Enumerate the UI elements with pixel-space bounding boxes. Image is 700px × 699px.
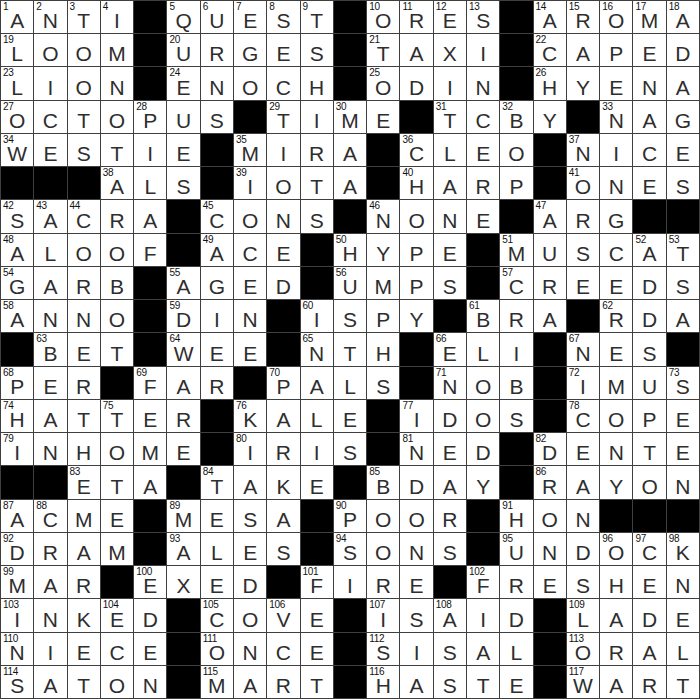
cell-r8c18[interactable]: S bbox=[567, 234, 599, 266]
cell-r2c20[interactable]: E bbox=[633, 34, 665, 66]
cell-r12c19[interactable]: M bbox=[600, 367, 632, 399]
cell-r10c4[interactable]: O bbox=[101, 300, 133, 332]
cell-r17c6[interactable]: 93A bbox=[167, 533, 199, 565]
cell-r8c8[interactable]: C bbox=[234, 234, 266, 266]
cell-r9c9[interactable]: D bbox=[267, 267, 299, 299]
cell-r1c6[interactable]: 5Q bbox=[167, 1, 199, 33]
cell-r8c1[interactable]: 48A bbox=[1, 234, 33, 266]
cell-r6c19[interactable]: N bbox=[600, 167, 632, 199]
cell-r4c1[interactable]: 27O bbox=[1, 101, 33, 133]
cell-r10c3[interactable]: N bbox=[68, 300, 100, 332]
cell-r20c21[interactable]: L bbox=[667, 633, 699, 665]
cell-r21c20[interactable]: R bbox=[633, 666, 665, 698]
cell-r9c8[interactable]: E bbox=[234, 267, 266, 299]
cell-r7c5[interactable]: A bbox=[134, 200, 166, 232]
cell-r4c11[interactable]: 30M bbox=[334, 101, 366, 133]
cell-r12c11[interactable]: L bbox=[334, 367, 366, 399]
cell-r17c3[interactable]: A bbox=[68, 533, 100, 565]
cell-r3c14[interactable]: I bbox=[434, 67, 466, 99]
cell-r5c3[interactable]: S bbox=[68, 134, 100, 166]
cell-r3c7[interactable]: N bbox=[201, 67, 233, 99]
cell-r4c9[interactable]: 29T bbox=[267, 101, 299, 133]
cell-r19c20[interactable]: D bbox=[633, 599, 665, 631]
cell-r19c14[interactable]: 108A bbox=[434, 599, 466, 631]
cell-r12c3[interactable]: R bbox=[68, 367, 100, 399]
cell-r6c20[interactable]: E bbox=[633, 167, 665, 199]
cell-r4c3[interactable]: T bbox=[68, 101, 100, 133]
cell-r18c11[interactable]: I bbox=[334, 566, 366, 598]
cell-r16c11[interactable]: 90P bbox=[334, 500, 366, 532]
cell-r8c11[interactable]: 50H bbox=[334, 234, 366, 266]
cell-r9c4[interactable]: B bbox=[101, 267, 133, 299]
cell-r15c14[interactable]: A bbox=[434, 466, 466, 498]
cell-r11c20[interactable]: S bbox=[633, 333, 665, 365]
cell-r3c2[interactable]: I bbox=[34, 67, 66, 99]
cell-r16c9[interactable]: A bbox=[267, 500, 299, 532]
cell-r1c15[interactable]: 13S bbox=[467, 1, 499, 33]
cell-r2c14[interactable]: X bbox=[434, 34, 466, 66]
cell-r20c13[interactable]: I bbox=[400, 633, 432, 665]
cell-r19c13[interactable]: S bbox=[400, 599, 432, 631]
cell-r18c5[interactable]: 100E bbox=[134, 566, 166, 598]
cell-r19c10[interactable]: E bbox=[301, 599, 333, 631]
cell-r8c20[interactable]: 52A bbox=[633, 234, 665, 266]
cell-r13c4[interactable]: 75T bbox=[101, 400, 133, 432]
cell-r17c21[interactable]: 98K bbox=[667, 533, 699, 565]
cell-r11c7[interactable]: E bbox=[201, 333, 233, 365]
cell-r17c16[interactable]: 95U bbox=[500, 533, 532, 565]
cell-r16c4[interactable]: E bbox=[101, 500, 133, 532]
cell-r1c13[interactable]: 11R bbox=[400, 1, 432, 33]
cell-r2c6[interactable]: 20U bbox=[167, 34, 199, 66]
cell-r18c10[interactable]: 101F bbox=[301, 566, 333, 598]
cell-r13c10[interactable]: L bbox=[301, 400, 333, 432]
cell-r15c17[interactable]: 86R bbox=[534, 466, 566, 498]
cell-r14c11[interactable]: S bbox=[334, 433, 366, 465]
cell-r1c1[interactable]: 1A bbox=[1, 1, 33, 33]
cell-r7c4[interactable]: R bbox=[101, 200, 133, 232]
cell-r17c13[interactable]: N bbox=[400, 533, 432, 565]
cell-r17c17[interactable]: N bbox=[534, 533, 566, 565]
cell-r8c21[interactable]: 53T bbox=[667, 234, 699, 266]
cell-r13c3[interactable]: T bbox=[68, 400, 100, 432]
cell-r20c16[interactable]: L bbox=[500, 633, 532, 665]
cell-r10c11[interactable]: S bbox=[334, 300, 366, 332]
cell-r13c15[interactable]: O bbox=[467, 400, 499, 432]
cell-r5c15[interactable]: E bbox=[467, 134, 499, 166]
cell-r7c1[interactable]: 42S bbox=[1, 200, 33, 232]
cell-r1c4[interactable]: 4I bbox=[101, 1, 133, 33]
cell-r4c20[interactable]: A bbox=[633, 101, 665, 133]
cell-r1c8[interactable]: 7E bbox=[234, 1, 266, 33]
cell-r10c19[interactable]: 62R bbox=[600, 300, 632, 332]
cell-r3c6[interactable]: 24E bbox=[167, 67, 199, 99]
cell-r16c18[interactable]: N bbox=[567, 500, 599, 532]
cell-r14c18[interactable]: E bbox=[567, 433, 599, 465]
cell-r13c20[interactable]: P bbox=[633, 400, 665, 432]
cell-r16c16[interactable]: 91H bbox=[500, 500, 532, 532]
cell-r4c17[interactable]: Y bbox=[534, 101, 566, 133]
cell-r10c7[interactable]: I bbox=[201, 300, 233, 332]
cell-r14c19[interactable]: N bbox=[600, 433, 632, 465]
cell-r20c1[interactable]: 110N bbox=[1, 633, 33, 665]
cell-r18c3[interactable]: R bbox=[68, 566, 100, 598]
cell-r5c16[interactable]: O bbox=[500, 134, 532, 166]
cell-r11c10[interactable]: 65N bbox=[301, 333, 333, 365]
cell-r4c21[interactable]: G bbox=[667, 101, 699, 133]
cell-r17c7[interactable]: L bbox=[201, 533, 233, 565]
cell-r10c17[interactable]: A bbox=[534, 300, 566, 332]
cell-r17c2[interactable]: R bbox=[34, 533, 66, 565]
cell-r15c18[interactable]: A bbox=[567, 466, 599, 498]
cell-r12c5[interactable]: 69F bbox=[134, 367, 166, 399]
cell-r9c2[interactable]: A bbox=[34, 267, 66, 299]
cell-r13c2[interactable]: A bbox=[34, 400, 66, 432]
cell-r8c17[interactable]: U bbox=[534, 234, 566, 266]
cell-r8c5[interactable]: F bbox=[134, 234, 166, 266]
cell-r19c3[interactable]: K bbox=[68, 599, 100, 631]
cell-r7c13[interactable]: O bbox=[400, 200, 432, 232]
cell-r20c14[interactable]: S bbox=[434, 633, 466, 665]
cell-r18c2[interactable]: A bbox=[34, 566, 66, 598]
cell-r3c20[interactable]: N bbox=[633, 67, 665, 99]
cell-r18c1[interactable]: 99M bbox=[1, 566, 33, 598]
cell-r9c16[interactable]: 57C bbox=[500, 267, 532, 299]
cell-r11c16[interactable]: I bbox=[500, 333, 532, 365]
cell-r10c15[interactable]: 61B bbox=[467, 300, 499, 332]
cell-r7c19[interactable]: G bbox=[600, 200, 632, 232]
cell-r9c18[interactable]: E bbox=[567, 267, 599, 299]
cell-r8c3[interactable]: O bbox=[68, 234, 100, 266]
cell-r11c6[interactable]: 64W bbox=[167, 333, 199, 365]
cell-r14c14[interactable]: E bbox=[434, 433, 466, 465]
cell-r14c1[interactable]: 79I bbox=[1, 433, 33, 465]
cell-r9c13[interactable]: P bbox=[400, 267, 432, 299]
cell-r2c9[interactable]: E bbox=[267, 34, 299, 66]
cell-r8c7[interactable]: 49A bbox=[201, 234, 233, 266]
cell-r2c10[interactable]: S bbox=[301, 34, 333, 66]
cell-r6c11[interactable]: A bbox=[334, 167, 366, 199]
cell-r19c5[interactable]: D bbox=[134, 599, 166, 631]
cell-r11c12[interactable]: H bbox=[367, 333, 399, 365]
cell-r2c3[interactable]: O bbox=[68, 34, 100, 66]
cell-r8c9[interactable]: E bbox=[267, 234, 299, 266]
cell-r5c9[interactable]: I bbox=[267, 134, 299, 166]
cell-r3c9[interactable]: C bbox=[267, 67, 299, 99]
cell-r13c11[interactable]: E bbox=[334, 400, 366, 432]
cell-r18c19[interactable]: H bbox=[600, 566, 632, 598]
cell-r15c4[interactable]: T bbox=[101, 466, 133, 498]
cell-r5c4[interactable]: T bbox=[101, 134, 133, 166]
cell-r4c12[interactable]: E bbox=[367, 101, 399, 133]
cell-r10c1[interactable]: 58A bbox=[1, 300, 33, 332]
cell-r6c5[interactable]: L bbox=[134, 167, 166, 199]
cell-r8c12[interactable]: Y bbox=[367, 234, 399, 266]
cell-r2c19[interactable]: P bbox=[600, 34, 632, 66]
cell-r5c10[interactable]: R bbox=[301, 134, 333, 166]
cell-r18c21[interactable]: N bbox=[667, 566, 699, 598]
cell-r11c2[interactable]: 63B bbox=[34, 333, 66, 365]
cell-r1c12[interactable]: 10O bbox=[367, 1, 399, 33]
cell-r21c10[interactable]: T bbox=[301, 666, 333, 698]
cell-r21c3[interactable]: T bbox=[68, 666, 100, 698]
cell-r7c7[interactable]: 45C bbox=[201, 200, 233, 232]
cell-r20c19[interactable]: R bbox=[600, 633, 632, 665]
cell-r3c12[interactable]: 25O bbox=[367, 67, 399, 99]
cell-r3c13[interactable]: D bbox=[400, 67, 432, 99]
cell-r21c5[interactable]: N bbox=[134, 666, 166, 698]
cell-r6c6[interactable]: S bbox=[167, 167, 199, 199]
cell-r19c7[interactable]: 105C bbox=[201, 599, 233, 631]
cell-r16c8[interactable]: S bbox=[234, 500, 266, 532]
cell-r5c11[interactable]: A bbox=[334, 134, 366, 166]
cell-r11c11[interactable]: T bbox=[334, 333, 366, 365]
cell-r9c12[interactable]: M bbox=[367, 267, 399, 299]
cell-r2c21[interactable]: D bbox=[667, 34, 699, 66]
cell-r5c8[interactable]: 35M bbox=[234, 134, 266, 166]
cell-r2c15[interactable]: I bbox=[467, 34, 499, 66]
cell-r17c8[interactable]: E bbox=[234, 533, 266, 565]
cell-r14c6[interactable]: E bbox=[167, 433, 199, 465]
cell-r20c8[interactable]: N bbox=[234, 633, 266, 665]
cell-r7c18[interactable]: R bbox=[567, 200, 599, 232]
cell-r21c1[interactable]: 114S bbox=[1, 666, 33, 698]
cell-r16c3[interactable]: M bbox=[68, 500, 100, 532]
cell-r15c7[interactable]: 84T bbox=[201, 466, 233, 498]
cell-r10c16[interactable]: R bbox=[500, 300, 532, 332]
cell-r12c14[interactable]: 71N bbox=[434, 367, 466, 399]
cell-r20c7[interactable]: 111O bbox=[201, 633, 233, 665]
cell-r20c10[interactable]: E bbox=[301, 633, 333, 665]
cell-r4c16[interactable]: 32B bbox=[500, 101, 532, 133]
cell-r13c8[interactable]: 76K bbox=[234, 400, 266, 432]
cell-r21c14[interactable]: S bbox=[434, 666, 466, 698]
cell-r15c3[interactable]: 83E bbox=[68, 466, 100, 498]
cell-r19c18[interactable]: 109L bbox=[567, 599, 599, 631]
cell-r2c12[interactable]: 21T bbox=[367, 34, 399, 66]
cell-r5c2[interactable]: E bbox=[34, 134, 66, 166]
cell-r12c21[interactable]: 73S bbox=[667, 367, 699, 399]
cell-r8c14[interactable]: E bbox=[434, 234, 466, 266]
cell-r6c14[interactable]: A bbox=[434, 167, 466, 199]
cell-r3c19[interactable]: E bbox=[600, 67, 632, 99]
cell-r7c17[interactable]: 47A bbox=[534, 200, 566, 232]
cell-r1c7[interactable]: 6U bbox=[201, 1, 233, 33]
cell-r14c5[interactable]: M bbox=[134, 433, 166, 465]
cell-r21c7[interactable]: 115M bbox=[201, 666, 233, 698]
cell-r10c10[interactable]: 60I bbox=[301, 300, 333, 332]
cell-r14c3[interactable]: H bbox=[68, 433, 100, 465]
cell-r8c2[interactable]: L bbox=[34, 234, 66, 266]
cell-r14c4[interactable]: O bbox=[101, 433, 133, 465]
cell-r16c13[interactable]: O bbox=[400, 500, 432, 532]
cell-r13c18[interactable]: 78C bbox=[567, 400, 599, 432]
cell-r15c12[interactable]: 85B bbox=[367, 466, 399, 498]
cell-r13c16[interactable]: S bbox=[500, 400, 532, 432]
cell-r2c2[interactable]: O bbox=[34, 34, 66, 66]
cell-r3c3[interactable]: O bbox=[68, 67, 100, 99]
cell-r17c11[interactable]: 94S bbox=[334, 533, 366, 565]
cell-r8c4[interactable]: O bbox=[101, 234, 133, 266]
cell-r19c2[interactable]: N bbox=[34, 599, 66, 631]
cell-r6c13[interactable]: 40H bbox=[400, 167, 432, 199]
cell-r11c15[interactable]: L bbox=[467, 333, 499, 365]
cell-r7c10[interactable]: S bbox=[301, 200, 333, 232]
cell-r5c6[interactable]: E bbox=[167, 134, 199, 166]
cell-r12c1[interactable]: 68P bbox=[1, 367, 33, 399]
cell-r10c8[interactable]: N bbox=[234, 300, 266, 332]
cell-r10c21[interactable]: A bbox=[667, 300, 699, 332]
cell-r18c18[interactable]: S bbox=[567, 566, 599, 598]
cell-r2c8[interactable]: G bbox=[234, 34, 266, 66]
cell-r3c15[interactable]: N bbox=[467, 67, 499, 99]
cell-r11c8[interactable]: E bbox=[234, 333, 266, 365]
cell-r17c14[interactable]: S bbox=[434, 533, 466, 565]
cell-r1c9[interactable]: 8S bbox=[267, 1, 299, 33]
cell-r20c12[interactable]: 112S bbox=[367, 633, 399, 665]
cell-r1c18[interactable]: 15R bbox=[567, 1, 599, 33]
cell-r5c21[interactable]: E bbox=[667, 134, 699, 166]
cell-r3c17[interactable]: 26H bbox=[534, 67, 566, 99]
cell-r12c2[interactable]: E bbox=[34, 367, 66, 399]
cell-r21c2[interactable]: A bbox=[34, 666, 66, 698]
cell-r4c14[interactable]: 31T bbox=[434, 101, 466, 133]
cell-r9c1[interactable]: 54G bbox=[1, 267, 33, 299]
cell-r14c8[interactable]: 80I bbox=[234, 433, 266, 465]
cell-r1c21[interactable]: 18A bbox=[667, 1, 699, 33]
cell-r7c8[interactable]: O bbox=[234, 200, 266, 232]
cell-r18c17[interactable]: E bbox=[534, 566, 566, 598]
cell-r1c2[interactable]: 2N bbox=[34, 1, 66, 33]
cell-r3c8[interactable]: O bbox=[234, 67, 266, 99]
cell-r13c5[interactable]: E bbox=[134, 400, 166, 432]
cell-r1c17[interactable]: 14A bbox=[534, 1, 566, 33]
cell-r15c19[interactable]: Y bbox=[600, 466, 632, 498]
cell-r19c1[interactable]: 103I bbox=[1, 599, 33, 631]
cell-r18c7[interactable]: E bbox=[201, 566, 233, 598]
cell-r9c6[interactable]: 55A bbox=[167, 267, 199, 299]
cell-r21c16[interactable]: E bbox=[500, 666, 532, 698]
cell-r14c20[interactable]: T bbox=[633, 433, 665, 465]
cell-r21c19[interactable]: A bbox=[600, 666, 632, 698]
cell-r3c1[interactable]: 23L bbox=[1, 67, 33, 99]
cell-r3c10[interactable]: H bbox=[301, 67, 333, 99]
cell-r4c6[interactable]: U bbox=[167, 101, 199, 133]
cell-r21c15[interactable]: T bbox=[467, 666, 499, 698]
cell-r4c10[interactable]: I bbox=[301, 101, 333, 133]
cell-r12c12[interactable]: S bbox=[367, 367, 399, 399]
cell-r1c19[interactable]: 16O bbox=[600, 1, 632, 33]
cell-r21c8[interactable]: A bbox=[234, 666, 266, 698]
cell-r19c4[interactable]: 104E bbox=[101, 599, 133, 631]
cell-r17c1[interactable]: 92D bbox=[1, 533, 33, 565]
cell-r20c5[interactable]: E bbox=[134, 633, 166, 665]
cell-r6c9[interactable]: O bbox=[267, 167, 299, 199]
cell-r13c14[interactable]: D bbox=[434, 400, 466, 432]
cell-r15c8[interactable]: A bbox=[234, 466, 266, 498]
cell-r18c16[interactable]: R bbox=[500, 566, 532, 598]
cell-r5c13[interactable]: 36C bbox=[400, 134, 432, 166]
cell-r18c15[interactable]: 102F bbox=[467, 566, 499, 598]
cell-r15c9[interactable]: K bbox=[267, 466, 299, 498]
cell-r9c21[interactable]: S bbox=[667, 267, 699, 299]
cell-r20c15[interactable]: A bbox=[467, 633, 499, 665]
cell-r16c7[interactable]: E bbox=[201, 500, 233, 532]
cell-r5c1[interactable]: 34W bbox=[1, 134, 33, 166]
cell-r14c10[interactable]: I bbox=[301, 433, 333, 465]
cell-r14c9[interactable]: R bbox=[267, 433, 299, 465]
cell-r13c1[interactable]: 74H bbox=[1, 400, 33, 432]
cell-r12c6[interactable]: A bbox=[167, 367, 199, 399]
cell-r11c4[interactable]: T bbox=[101, 333, 133, 365]
cell-r3c21[interactable]: A bbox=[667, 67, 699, 99]
cell-r16c12[interactable]: O bbox=[367, 500, 399, 532]
cell-r13c19[interactable]: O bbox=[600, 400, 632, 432]
cell-r15c5[interactable]: A bbox=[134, 466, 166, 498]
cell-r12c15[interactable]: O bbox=[467, 367, 499, 399]
cell-r12c7[interactable]: R bbox=[201, 367, 233, 399]
cell-r11c18[interactable]: 67N bbox=[567, 333, 599, 365]
cell-r17c20[interactable]: 97C bbox=[633, 533, 665, 565]
cell-r14c17[interactable]: 82D bbox=[534, 433, 566, 465]
cell-r15c13[interactable]: D bbox=[400, 466, 432, 498]
cell-r12c10[interactable]: A bbox=[301, 367, 333, 399]
cell-r15c20[interactable]: O bbox=[633, 466, 665, 498]
cell-r12c9[interactable]: 70P bbox=[267, 367, 299, 399]
cell-r21c4[interactable]: O bbox=[101, 666, 133, 698]
cell-r19c21[interactable]: E bbox=[667, 599, 699, 631]
cell-r20c2[interactable]: I bbox=[34, 633, 66, 665]
cell-r20c18[interactable]: 113O bbox=[567, 633, 599, 665]
cell-r18c12[interactable]: R bbox=[367, 566, 399, 598]
cell-r14c13[interactable]: 81N bbox=[400, 433, 432, 465]
cell-r21c9[interactable]: R bbox=[267, 666, 299, 698]
cell-r21c12[interactable]: 116H bbox=[367, 666, 399, 698]
cell-r8c16[interactable]: 51M bbox=[500, 234, 532, 266]
cell-r5c19[interactable]: I bbox=[600, 134, 632, 166]
cell-r5c14[interactable]: L bbox=[434, 134, 466, 166]
cell-r14c2[interactable]: N bbox=[34, 433, 66, 465]
cell-r9c7[interactable]: G bbox=[201, 267, 233, 299]
cell-r8c13[interactable]: P bbox=[400, 234, 432, 266]
cell-r2c4[interactable]: M bbox=[101, 34, 133, 66]
cell-r6c10[interactable]: T bbox=[301, 167, 333, 199]
cell-r20c4[interactable]: C bbox=[101, 633, 133, 665]
cell-r21c13[interactable]: A bbox=[400, 666, 432, 698]
cell-r18c20[interactable]: E bbox=[633, 566, 665, 598]
cell-r16c2[interactable]: 88C bbox=[34, 500, 66, 532]
cell-r2c13[interactable]: A bbox=[400, 34, 432, 66]
cell-r20c9[interactable]: C bbox=[267, 633, 299, 665]
cell-r2c7[interactable]: R bbox=[201, 34, 233, 66]
cell-r21c21[interactable]: T bbox=[667, 666, 699, 698]
cell-r4c2[interactable]: C bbox=[34, 101, 66, 133]
cell-r6c8[interactable]: 39I bbox=[234, 167, 266, 199]
cell-r2c17[interactable]: 22C bbox=[534, 34, 566, 66]
cell-r6c15[interactable]: R bbox=[467, 167, 499, 199]
cell-r18c6[interactable]: X bbox=[167, 566, 199, 598]
cell-r1c3[interactable]: 3T bbox=[68, 1, 100, 33]
cell-r10c12[interactable]: P bbox=[367, 300, 399, 332]
cell-r2c1[interactable]: 19L bbox=[1, 34, 33, 66]
cell-r11c3[interactable]: E bbox=[68, 333, 100, 365]
cell-r14c21[interactable]: E bbox=[667, 433, 699, 465]
cell-r17c19[interactable]: 96O bbox=[600, 533, 632, 565]
cell-r13c9[interactable]: A bbox=[267, 400, 299, 432]
cell-r10c6[interactable]: 59D bbox=[167, 300, 199, 332]
cell-r19c9[interactable]: 106V bbox=[267, 599, 299, 631]
cell-r19c16[interactable]: D bbox=[500, 599, 532, 631]
